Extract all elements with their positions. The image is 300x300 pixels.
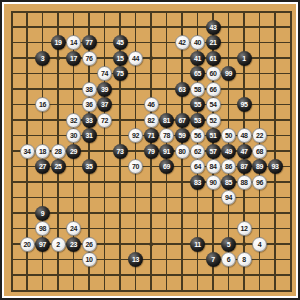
stone-black-73[interactable]: 73 bbox=[113, 144, 128, 159]
stone-white-42[interactable]: 42 bbox=[175, 35, 190, 50]
stone-black-65[interactable]: 65 bbox=[190, 66, 205, 81]
stone-white-20[interactable]: 20 bbox=[20, 237, 35, 252]
stone-black-63[interactable]: 63 bbox=[175, 82, 190, 97]
stone-black-25[interactable]: 25 bbox=[51, 159, 66, 174]
stone-white-32[interactable]: 32 bbox=[66, 113, 81, 128]
stone-black-17[interactable]: 17 bbox=[66, 51, 81, 66]
stone-white-64[interactable]: 64 bbox=[190, 159, 205, 174]
stone-white-88[interactable]: 88 bbox=[237, 175, 252, 190]
stone-black-93[interactable]: 93 bbox=[268, 159, 283, 174]
stone-black-81[interactable]: 81 bbox=[159, 113, 174, 128]
stone-white-18[interactable]: 18 bbox=[35, 144, 50, 159]
stone-white-72[interactable]: 72 bbox=[97, 113, 112, 128]
stone-white-50[interactable]: 50 bbox=[221, 128, 236, 143]
stone-white-90[interactable]: 90 bbox=[206, 175, 221, 190]
stone-black-23[interactable]: 23 bbox=[66, 237, 81, 252]
stone-white-66[interactable]: 66 bbox=[206, 82, 221, 97]
stone-white-24[interactable]: 24 bbox=[66, 221, 81, 236]
stone-white-30[interactable]: 30 bbox=[66, 128, 81, 143]
stone-black-7[interactable]: 7 bbox=[206, 252, 221, 267]
stone-black-15[interactable]: 15 bbox=[113, 51, 128, 66]
stone-black-37[interactable]: 37 bbox=[97, 97, 112, 112]
stone-white-38[interactable]: 38 bbox=[82, 82, 97, 97]
stone-white-56[interactable]: 56 bbox=[190, 128, 205, 143]
stone-black-67[interactable]: 67 bbox=[175, 113, 190, 128]
stone-black-33[interactable]: 33 bbox=[82, 113, 97, 128]
stone-white-34[interactable]: 34 bbox=[20, 144, 35, 159]
stone-white-26[interactable]: 26 bbox=[82, 237, 97, 252]
stone-black-47[interactable]: 47 bbox=[237, 144, 252, 159]
stone-white-86[interactable]: 86 bbox=[221, 159, 236, 174]
stone-black-87[interactable]: 87 bbox=[237, 159, 252, 174]
stone-black-35[interactable]: 35 bbox=[82, 159, 97, 174]
stone-white-52[interactable]: 52 bbox=[206, 113, 221, 128]
stone-white-96[interactable]: 96 bbox=[252, 175, 267, 190]
stone-white-22[interactable]: 22 bbox=[252, 128, 267, 143]
stone-white-94[interactable]: 94 bbox=[221, 190, 236, 205]
stone-white-6[interactable]: 6 bbox=[221, 252, 236, 267]
stone-white-46[interactable]: 46 bbox=[144, 97, 159, 112]
stone-white-36[interactable]: 36 bbox=[82, 97, 97, 112]
stone-white-2[interactable]: 2 bbox=[51, 237, 66, 252]
stone-black-57[interactable]: 57 bbox=[206, 144, 221, 159]
stone-white-62[interactable]: 62 bbox=[190, 144, 205, 159]
stone-white-14[interactable]: 14 bbox=[66, 35, 81, 50]
stone-black-5[interactable]: 5 bbox=[221, 237, 236, 252]
stone-black-79[interactable]: 79 bbox=[144, 144, 159, 159]
stone-white-58[interactable]: 58 bbox=[190, 82, 205, 97]
stone-black-97[interactable]: 97 bbox=[35, 237, 50, 252]
stone-white-40[interactable]: 40 bbox=[190, 35, 205, 50]
stone-black-1[interactable]: 1 bbox=[237, 51, 252, 66]
stone-black-11[interactable]: 11 bbox=[190, 237, 205, 252]
stone-white-98[interactable]: 98 bbox=[35, 221, 50, 236]
stone-black-75[interactable]: 75 bbox=[113, 66, 128, 81]
stone-white-8[interactable]: 8 bbox=[237, 252, 252, 267]
stone-black-45[interactable]: 45 bbox=[113, 35, 128, 50]
stone-white-92[interactable]: 92 bbox=[128, 128, 143, 143]
stone-white-80[interactable]: 80 bbox=[175, 144, 190, 159]
stone-black-3[interactable]: 3 bbox=[35, 51, 50, 66]
stone-black-89[interactable]: 89 bbox=[252, 159, 267, 174]
stone-white-28[interactable]: 28 bbox=[51, 144, 66, 159]
stone-black-95[interactable]: 95 bbox=[237, 97, 252, 112]
stone-white-78[interactable]: 78 bbox=[159, 128, 174, 143]
stone-white-82[interactable]: 82 bbox=[144, 113, 159, 128]
stone-black-77[interactable]: 77 bbox=[82, 35, 97, 50]
stone-white-60[interactable]: 60 bbox=[206, 66, 221, 81]
stone-black-61[interactable]: 61 bbox=[206, 51, 221, 66]
stone-black-21[interactable]: 21 bbox=[206, 35, 221, 50]
stone-black-51[interactable]: 51 bbox=[206, 128, 221, 143]
go-diagram-screenshot: 1234567891011121314151617181920212223242… bbox=[0, 0, 300, 300]
stone-white-44[interactable]: 44 bbox=[128, 51, 143, 66]
stone-black-41[interactable]: 41 bbox=[190, 51, 205, 66]
stone-white-4[interactable]: 4 bbox=[252, 237, 267, 252]
stone-white-48[interactable]: 48 bbox=[237, 128, 252, 143]
stone-black-53[interactable]: 53 bbox=[190, 113, 205, 128]
stone-black-55[interactable]: 55 bbox=[190, 97, 205, 112]
stone-black-9[interactable]: 9 bbox=[35, 206, 50, 221]
stone-white-54[interactable]: 54 bbox=[206, 97, 221, 112]
stone-black-99[interactable]: 99 bbox=[221, 66, 236, 81]
stone-black-91[interactable]: 91 bbox=[159, 144, 174, 159]
stone-black-27[interactable]: 27 bbox=[35, 159, 50, 174]
stone-black-13[interactable]: 13 bbox=[128, 252, 143, 267]
stone-black-69[interactable]: 69 bbox=[159, 159, 174, 174]
stone-black-83[interactable]: 83 bbox=[190, 175, 205, 190]
stone-black-31[interactable]: 31 bbox=[82, 128, 97, 143]
stone-black-71[interactable]: 71 bbox=[144, 128, 159, 143]
stone-white-12[interactable]: 12 bbox=[237, 221, 252, 236]
stones-grid: 1234567891011121314151617181920212223242… bbox=[4, 4, 299, 299]
stone-white-10[interactable]: 10 bbox=[82, 252, 97, 267]
go-board[interactable]: 1234567891011121314151617181920212223242… bbox=[4, 4, 296, 296]
stone-white-70[interactable]: 70 bbox=[128, 159, 143, 174]
stone-black-39[interactable]: 39 bbox=[97, 82, 112, 97]
stone-black-49[interactable]: 49 bbox=[221, 144, 236, 159]
stone-white-76[interactable]: 76 bbox=[82, 51, 97, 66]
stone-black-85[interactable]: 85 bbox=[221, 175, 236, 190]
stone-white-16[interactable]: 16 bbox=[35, 97, 50, 112]
stone-white-68[interactable]: 68 bbox=[252, 144, 267, 159]
stone-black-29[interactable]: 29 bbox=[66, 144, 81, 159]
stone-white-74[interactable]: 74 bbox=[97, 66, 112, 81]
stone-black-19[interactable]: 19 bbox=[51, 35, 66, 50]
stone-black-59[interactable]: 59 bbox=[175, 128, 190, 143]
stone-black-43[interactable]: 43 bbox=[206, 20, 221, 35]
stone-white-84[interactable]: 84 bbox=[206, 159, 221, 174]
